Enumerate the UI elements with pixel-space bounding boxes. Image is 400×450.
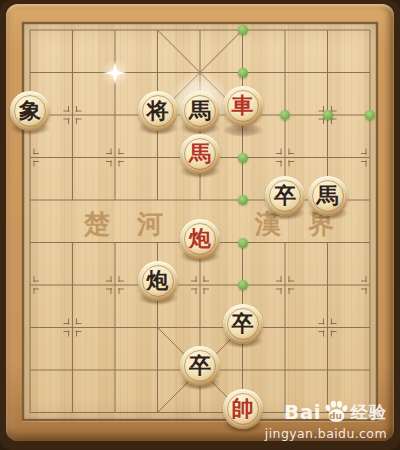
move-dot[interactable] xyxy=(238,153,248,163)
piece-black-horse[interactable]: 馬 xyxy=(308,176,348,216)
move-dot[interactable] xyxy=(238,280,248,290)
piece-black-general[interactable]: 将 xyxy=(138,91,178,131)
piece-glyph: 車 xyxy=(223,86,263,126)
piece-glyph: 卒 xyxy=(223,304,263,344)
piece-glyph: 帥 xyxy=(223,389,263,429)
piece-glyph: 馬 xyxy=(308,176,348,216)
piece-black-pawn[interactable]: 卒 xyxy=(265,176,305,216)
piece-red-chariot[interactable]: 車 xyxy=(223,86,263,126)
piece-glyph: 象 xyxy=(10,91,50,131)
move-dot[interactable] xyxy=(238,238,248,248)
piece-black-pawn[interactable]: 卒 xyxy=(223,304,263,344)
move-dot[interactable] xyxy=(238,195,248,205)
piece-red-horse[interactable]: 馬 xyxy=(180,134,220,174)
move-dot[interactable] xyxy=(323,110,333,120)
piece-red-cannon[interactable]: 炮 xyxy=(180,219,220,259)
piece-glyph: 卒 xyxy=(180,346,220,386)
piece-black-horse[interactable]: 馬 xyxy=(180,91,220,131)
move-dot[interactable] xyxy=(280,110,290,120)
move-dot[interactable] xyxy=(238,68,248,78)
piece-glyph: 炮 xyxy=(180,219,220,259)
move-dot[interactable] xyxy=(238,25,248,35)
xiangqi-game-screen: 楚 河 漢 界 象将馬車馬卒馬炮炮卒卒帥 Bai du 经验 xyxy=(0,0,400,450)
piece-red-general[interactable]: 帥 xyxy=(223,389,263,429)
piece-glyph: 炮 xyxy=(138,261,178,301)
piece-glyph: 将 xyxy=(138,91,178,131)
piece-glyph: 馬 xyxy=(180,91,220,131)
move-dot[interactable] xyxy=(365,110,375,120)
piece-black-pawn[interactable]: 卒 xyxy=(180,346,220,386)
piece-black-cannon[interactable]: 炮 xyxy=(138,261,178,301)
piece-black-elephant[interactable]: 象 xyxy=(10,91,50,131)
piece-glyph: 馬 xyxy=(180,134,220,174)
piece-glyph: 卒 xyxy=(265,176,305,216)
river-label-chu-he: 楚 河 xyxy=(84,207,172,242)
